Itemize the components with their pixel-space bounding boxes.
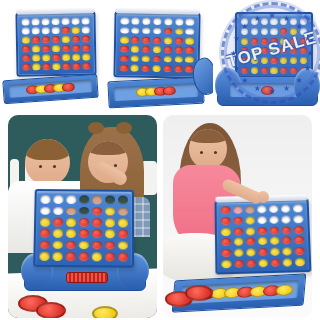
disc-r2c2-white bbox=[131, 27, 139, 34]
disc-r3c2-red bbox=[233, 227, 243, 235]
disc-r1c4-open-hole bbox=[79, 196, 89, 205]
disc-r1c3-open-hole bbox=[245, 206, 255, 214]
disc-r3c3-red bbox=[42, 36, 50, 43]
badge-star-icon: ★ bbox=[268, 10, 275, 19]
disc-r3c6-red bbox=[282, 226, 292, 234]
disc-r6c6-red bbox=[174, 65, 182, 72]
disc-r1c4-white bbox=[257, 206, 267, 214]
disc-r2c1-red bbox=[221, 217, 231, 225]
disc-r6c2-yellow bbox=[53, 252, 63, 261]
disc-r1c4-white bbox=[52, 18, 60, 25]
product-listing-collage: TOP SALE ★★★★★★★★★★★★★★★★ bbox=[0, 0, 320, 320]
disc-r3c1-yellow bbox=[22, 37, 30, 44]
disc-r3c3-red bbox=[142, 37, 150, 44]
disc-r1c5-white bbox=[164, 18, 172, 25]
disc-r6c4-yellow bbox=[152, 65, 160, 72]
disc-r4c5-yellow bbox=[270, 237, 280, 245]
disc-r3c4-red bbox=[153, 37, 161, 44]
disc-r2c4-white bbox=[257, 216, 267, 224]
disc-r5c3-yellow bbox=[142, 55, 150, 62]
disc-r6c4-yellow bbox=[258, 259, 268, 267]
disc-r5c7-yellow bbox=[82, 54, 90, 61]
disc-r6c3-red bbox=[66, 252, 76, 261]
disc-r1c7-white bbox=[186, 19, 194, 26]
disc-r6c6-yellow bbox=[283, 258, 293, 266]
disc-r4c3-red bbox=[246, 237, 256, 245]
tray-well bbox=[113, 82, 198, 101]
disc-r4c7-red bbox=[185, 47, 193, 54]
badge-star-icon: ★ bbox=[304, 63, 311, 72]
board-grid bbox=[113, 11, 200, 78]
disc-r3c5-yellow bbox=[164, 37, 172, 44]
disc-r4c3-red bbox=[42, 45, 50, 52]
disc-r4c2-yellow bbox=[53, 229, 63, 238]
disc-r6c6-red bbox=[105, 252, 115, 261]
disc-r5c4-red bbox=[153, 56, 161, 63]
disc-r1c1-white bbox=[41, 195, 51, 204]
disc-r6c5-red bbox=[271, 258, 281, 266]
disc-r5c6-yellow bbox=[174, 56, 182, 63]
disc-r5c3-red bbox=[66, 241, 76, 250]
disc-r4c7-red bbox=[118, 230, 128, 239]
disc-r5c6-red bbox=[105, 241, 115, 250]
disc-r2c6-yellow bbox=[175, 28, 183, 35]
disc-r6c5-red bbox=[163, 65, 171, 72]
disc-r4c3-red bbox=[142, 46, 150, 53]
disc-r5c4-red bbox=[52, 54, 60, 61]
disc-r5c3-yellow bbox=[246, 248, 256, 256]
disc-r5c7-red bbox=[295, 247, 305, 255]
girl-hand bbox=[257, 191, 269, 203]
disc-r3c6-red bbox=[175, 37, 183, 44]
badge-star-icon: ★ bbox=[283, 13, 290, 22]
board-grid bbox=[15, 11, 96, 76]
badge-star-icon: ★ bbox=[241, 21, 248, 30]
disc-r4c7-red bbox=[82, 45, 90, 52]
disc-r3c7-red bbox=[294, 226, 304, 234]
disc-r4c5-red bbox=[164, 46, 172, 53]
disc-r3c5-yellow bbox=[62, 36, 70, 43]
photo-board-angled-left bbox=[0, 0, 106, 112]
connect-four-board-bottom-left bbox=[33, 189, 134, 268]
disc-r2c5-red bbox=[92, 207, 102, 216]
photo-board-angled-right bbox=[106, 0, 213, 112]
disc-r2c5-white bbox=[269, 216, 279, 224]
disc-r1c7-open-hole bbox=[118, 196, 128, 205]
disc-r5c4-yellow bbox=[79, 241, 89, 250]
disc-r1c5-white bbox=[62, 18, 70, 25]
disc-r2c2-white bbox=[32, 28, 40, 35]
disc-r3c1-yellow bbox=[221, 228, 231, 236]
disc-r1c6-white bbox=[175, 19, 183, 26]
disc-r1c2-white bbox=[132, 18, 140, 25]
badge-star-icon: ★ bbox=[268, 87, 275, 96]
disc-r3c1-yellow bbox=[120, 36, 128, 43]
badge-star-icon: ★ bbox=[254, 13, 261, 22]
disc-r4c2-yellow bbox=[131, 46, 139, 53]
disc-r2c7-white bbox=[293, 215, 303, 223]
photo-board-front-with-badge: TOP SALE ★★★★★★★★★★★★★★★★ bbox=[213, 0, 320, 112]
disc-r4c2-yellow bbox=[32, 46, 40, 53]
tray-disc-yellow bbox=[276, 284, 294, 296]
disc-r4c5-red bbox=[62, 45, 70, 52]
disc-r4c6-red bbox=[282, 237, 292, 245]
disc-r3c3-yellow bbox=[245, 227, 255, 235]
disc-r4c6-red bbox=[72, 45, 80, 52]
badge-star-icon: ★ bbox=[307, 49, 314, 58]
disc-r5c5-yellow bbox=[163, 56, 171, 63]
disc-r6c3-red bbox=[43, 63, 51, 70]
disc-r4c6-red bbox=[174, 47, 182, 54]
disc-r4c1-red bbox=[40, 229, 50, 238]
disc-r1c5-white bbox=[269, 205, 279, 213]
boy-head bbox=[25, 139, 70, 186]
disc-r2c6-yellow bbox=[105, 207, 115, 216]
disc-r1c1-white bbox=[121, 18, 129, 25]
badge-star-icon: ★ bbox=[254, 84, 261, 93]
disc-r6c4-red bbox=[79, 252, 89, 261]
disc-r3c1-yellow bbox=[40, 218, 50, 227]
disc-r1c3-white bbox=[66, 196, 76, 205]
disc-r1c7-white bbox=[293, 205, 303, 213]
disc-r4c4-yellow bbox=[52, 45, 60, 52]
girl-eyes bbox=[200, 151, 203, 154]
disc-tray bbox=[172, 273, 307, 312]
disc-r5c5-yellow bbox=[62, 54, 70, 61]
disc-r2c1-white bbox=[121, 27, 129, 34]
disc-r3c7-yellow bbox=[118, 218, 128, 227]
disc-r5c7-yellow bbox=[117, 241, 127, 250]
disc-r1c2-open-hole bbox=[233, 206, 243, 214]
disc-r6c6-red bbox=[73, 63, 81, 70]
tray-disc-red bbox=[62, 82, 76, 92]
disc-r6c3-red bbox=[142, 65, 150, 72]
disc-r3c5-red bbox=[270, 226, 280, 234]
disc-r1c6-open-hole bbox=[105, 196, 115, 205]
disc-r1c3-white bbox=[42, 18, 50, 25]
tray-well bbox=[8, 79, 92, 98]
disc-r1c5-open-hole bbox=[92, 196, 102, 205]
disc-r5c1-red bbox=[120, 55, 128, 62]
disc-r3c2-red bbox=[131, 36, 139, 43]
disc-r3c7-yellow bbox=[185, 37, 193, 44]
disc-r6c1-yellow bbox=[222, 260, 232, 268]
disc-r2c4-open-hole bbox=[79, 207, 89, 216]
connect-four-board-bottom-right bbox=[215, 198, 312, 274]
disc-r1c2-white bbox=[54, 195, 64, 204]
disc-r4c7-red bbox=[294, 236, 304, 244]
disc-r6c5-yellow bbox=[92, 252, 102, 261]
badge-star-icon: ★ bbox=[233, 34, 240, 43]
badge-star-icon: ★ bbox=[296, 76, 303, 85]
disc-r1c1-white bbox=[22, 19, 30, 26]
disc-tray bbox=[107, 77, 204, 109]
disc-r3c3-yellow bbox=[66, 218, 76, 227]
disc-r2c1-white bbox=[41, 206, 51, 215]
disc-r3c6-yellow bbox=[105, 218, 115, 227]
disc-r6c2-red bbox=[234, 259, 244, 267]
disc-r5c5-yellow bbox=[270, 248, 280, 256]
disc-r5c6-yellow bbox=[72, 54, 80, 61]
disc-r3c6-red bbox=[72, 36, 80, 43]
badge-star-icon: ★ bbox=[296, 21, 303, 30]
disc-r2c6-yellow bbox=[72, 27, 80, 34]
disc-r4c4-yellow bbox=[258, 237, 268, 245]
disc-r5c2-yellow bbox=[234, 248, 244, 256]
disc-r6c2-yellow bbox=[131, 64, 139, 71]
disc-r6c7-red bbox=[83, 63, 91, 70]
disc-r2c1-white bbox=[22, 28, 30, 35]
disc-r4c6-yellow bbox=[105, 229, 115, 238]
disc-r5c1-red bbox=[40, 240, 50, 249]
badge-star-icon: ★ bbox=[241, 76, 248, 85]
disc-r6c2-yellow bbox=[33, 64, 41, 71]
badge-star-icon: ★ bbox=[233, 63, 240, 72]
disc-r2c7-open-hole bbox=[118, 207, 128, 216]
disc-r5c2-yellow bbox=[32, 55, 40, 62]
disc-tray bbox=[2, 74, 98, 105]
disc-r3c2-red bbox=[53, 218, 63, 227]
girl-head bbox=[189, 129, 227, 169]
disc-r5c1-red bbox=[22, 55, 30, 62]
connect-four-board-top-middle bbox=[113, 11, 200, 78]
disc-r2c3-open-hole bbox=[66, 207, 76, 216]
badge-star-icon: ★ bbox=[304, 34, 311, 43]
disc-r6c1-yellow bbox=[40, 252, 50, 261]
disc-r5c4-red bbox=[258, 248, 268, 256]
disc-r2c3-white bbox=[42, 27, 50, 34]
photo-two-children-playing bbox=[8, 115, 157, 318]
disc-r2c5-red bbox=[164, 28, 172, 35]
badge-star-icon: ★ bbox=[230, 49, 237, 58]
disc-r2c7-white bbox=[82, 27, 90, 34]
disc-r3c4-red bbox=[258, 227, 268, 235]
disc-r4c5-red bbox=[92, 229, 102, 238]
boy-eyes bbox=[39, 165, 42, 168]
disc-r2c4-white bbox=[52, 27, 60, 34]
disc-r5c7-yellow bbox=[185, 56, 193, 63]
disc-r5c3-yellow bbox=[42, 54, 50, 61]
red-slider bbox=[66, 272, 108, 283]
disc-r1c4-white bbox=[153, 18, 161, 25]
disc-r5c2-yellow bbox=[53, 240, 63, 249]
disc-r1c6-white bbox=[72, 18, 80, 25]
disc-r3c7-red bbox=[82, 36, 90, 43]
disc-r2c2-red bbox=[233, 217, 243, 225]
tray-well bbox=[180, 280, 298, 304]
top-sale-badge: TOP SALE ★★★★★★★★★★★★★★★★ bbox=[221, 2, 320, 104]
disc-r4c1-red bbox=[22, 46, 30, 53]
disc-r4c4-yellow bbox=[153, 46, 161, 53]
disc-r5c5-red bbox=[92, 241, 102, 250]
disc-r2c6-white bbox=[281, 215, 291, 223]
board-grid bbox=[33, 189, 134, 268]
disc-r1c2-white bbox=[32, 19, 40, 26]
disc-r6c1-red bbox=[120, 64, 128, 71]
disc-r2c2-white bbox=[53, 207, 63, 216]
disc-r2c7-white bbox=[186, 28, 194, 35]
disc-r2c3-yellow bbox=[245, 216, 255, 224]
disc-r4c3-yellow bbox=[66, 229, 76, 238]
disc-r6c7-red bbox=[117, 252, 127, 261]
disc-r1c7-white bbox=[82, 18, 90, 25]
disc-r5c2-yellow bbox=[131, 55, 139, 62]
disc-r4c2-yellow bbox=[234, 238, 244, 246]
disc-r2c5-red bbox=[62, 27, 70, 34]
badge-star-icon: ★ bbox=[283, 84, 290, 93]
connect-four-board-top-left bbox=[15, 11, 96, 76]
disc-r5c1-red bbox=[222, 249, 232, 257]
disc-r4c4-red bbox=[79, 229, 89, 238]
disc-r6c5-red bbox=[63, 63, 71, 70]
disc-r6c4-yellow bbox=[53, 63, 61, 70]
photo-girl-playing bbox=[163, 115, 312, 318]
disc-r3c2-red bbox=[32, 37, 40, 44]
disc-r6c3-red bbox=[246, 259, 256, 267]
disc-r4c1-red bbox=[221, 238, 231, 246]
board-grid bbox=[215, 198, 312, 274]
tray-disc-red bbox=[163, 86, 176, 96]
disc-r1c1-red bbox=[221, 207, 230, 215]
disc-r3c5-red bbox=[92, 218, 102, 227]
disc-r2c4-white bbox=[153, 28, 161, 35]
disc-r3c4-red bbox=[52, 36, 60, 43]
disc-r4c1-red bbox=[120, 46, 128, 53]
disc-r1c6-white bbox=[281, 205, 291, 213]
disc-r6c7-yellow bbox=[295, 258, 305, 266]
disc-r5c6-yellow bbox=[282, 247, 292, 255]
disc-r6c1-red bbox=[23, 64, 31, 71]
disc-r2c3-white bbox=[142, 27, 150, 34]
disc-r1c3-white bbox=[142, 18, 150, 25]
disc-r3c4-red bbox=[79, 218, 89, 227]
